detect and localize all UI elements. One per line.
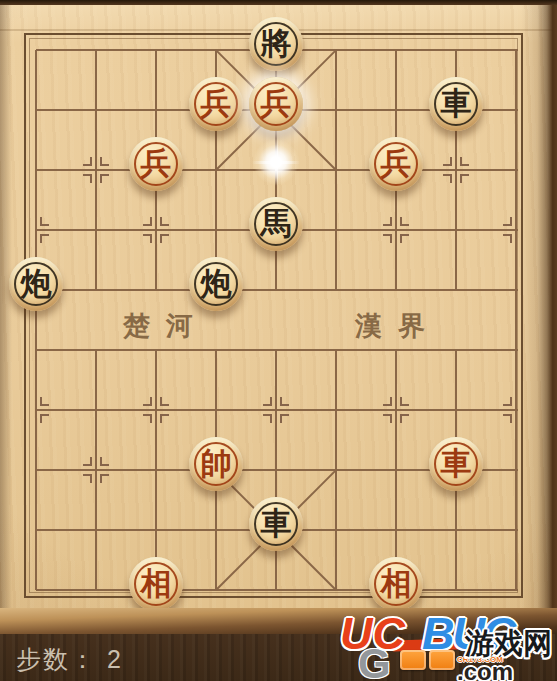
piece-glyph-帥: 帥	[201, 448, 232, 479]
piece-black-cannon-1[interactable]: 炮	[9, 257, 63, 311]
piece-glyph-相: 相	[141, 568, 172, 599]
step-counter-value: 2	[107, 645, 123, 673]
piece-red-soldier-3[interactable]: 兵	[129, 137, 183, 191]
piece-glyph-車: 車	[441, 448, 472, 479]
piece-red-soldier-1[interactable]: 兵	[189, 77, 243, 131]
piece-glyph-兵: 兵	[261, 88, 292, 119]
piece-black-chariot-1[interactable]: 車	[429, 77, 483, 131]
piece-black-cannon-2[interactable]: 炮	[189, 257, 243, 311]
step-counter-label: 步数：	[16, 645, 97, 673]
pieces-layer: 將兵兵車兵兵馬炮炮帥車車相相	[0, 0, 557, 634]
piece-red-general[interactable]: 帥	[189, 437, 243, 491]
piece-glyph-車: 車	[261, 508, 292, 539]
piece-red-chariot[interactable]: 車	[429, 437, 483, 491]
wooden-board: 楚河 漢界 將兵兵車兵兵馬炮炮帥車車相相	[0, 5, 557, 634]
piece-red-soldier-2[interactable]: 兵	[249, 77, 303, 131]
piece-glyph-兵: 兵	[381, 148, 412, 179]
piece-black-chariot-2[interactable]: 車	[249, 497, 303, 551]
piece-glyph-兵: 兵	[141, 148, 172, 179]
piece-glyph-將: 將	[261, 28, 292, 59]
piece-glyph-兵: 兵	[201, 88, 232, 119]
piece-red-elephant-2[interactable]: 相	[369, 557, 423, 611]
piece-red-elephant-1[interactable]: 相	[129, 557, 183, 611]
piece-black-horse[interactable]: 馬	[249, 197, 303, 251]
piece-glyph-炮: 炮	[201, 268, 232, 299]
step-counter: 步数：2	[16, 643, 123, 676]
piece-glyph-馬: 馬	[261, 208, 292, 239]
piece-black-general[interactable]: 將	[249, 17, 303, 71]
status-bar: 步数：2	[0, 634, 557, 681]
piece-red-soldier-4[interactable]: 兵	[369, 137, 423, 191]
piece-glyph-車: 車	[441, 88, 472, 119]
game-screen: 楚河 漢界 將兵兵車兵兵馬炮炮帥車車相相 步数：2 G UC BUG 游戏网 C…	[0, 0, 557, 681]
piece-glyph-炮: 炮	[21, 268, 52, 299]
piece-glyph-相: 相	[381, 568, 412, 599]
